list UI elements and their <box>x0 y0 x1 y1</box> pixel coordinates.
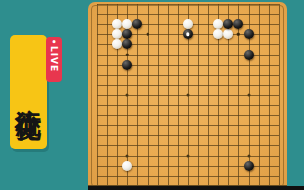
banner-title-text: 流行变化 <box>16 88 42 96</box>
live-dot-icon: • <box>51 40 56 45</box>
live-badge: • LIVE <box>46 37 62 82</box>
live-label: LIVE <box>49 46 59 72</box>
board-frame-line <box>91 5 284 187</box>
title-banner: 流行变化 <box>10 35 47 149</box>
left-sidebar: 流行变化 • LIVE <box>0 0 88 190</box>
stream-frame: 流行变化 • LIVE <box>0 0 304 190</box>
go-board[interactable] <box>88 2 287 190</box>
